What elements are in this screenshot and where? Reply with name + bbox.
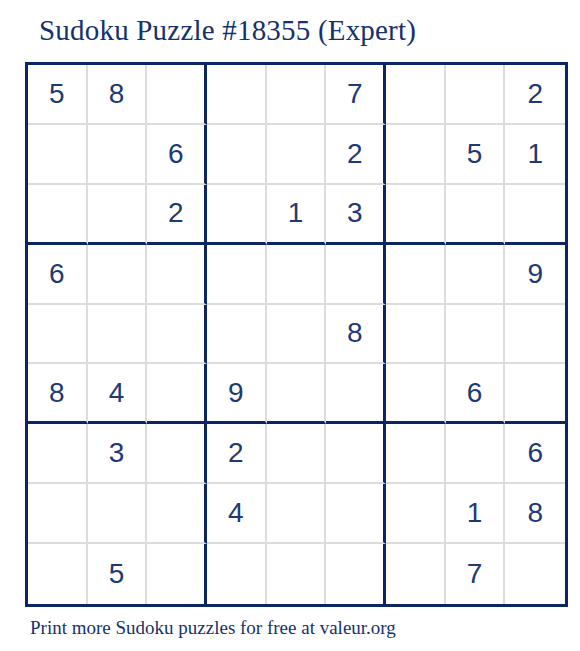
- sudoku-cell-r1c5: [267, 65, 327, 125]
- sudoku-cell-r3c3: 2: [147, 185, 207, 245]
- sudoku-cell-r5c9: [505, 305, 565, 365]
- sudoku-cell-r2c6: 2: [326, 125, 386, 185]
- sudoku-cell-r1c9: 2: [505, 65, 565, 125]
- sudoku-cell-r2c9: 1: [505, 125, 565, 185]
- sudoku-cell-r5c4: [207, 305, 267, 365]
- sudoku-cell-r8c5: [267, 484, 327, 544]
- sudoku-cell-r7c6: [326, 424, 386, 484]
- sudoku-cell-r6c9: [505, 364, 565, 424]
- sudoku-cell-r5c3: [147, 305, 207, 365]
- sudoku-cell-r5c2: [88, 305, 148, 365]
- sudoku-cell-r1c6: 7: [326, 65, 386, 125]
- sudoku-cell-r9c2: 5: [88, 544, 148, 604]
- sudoku-cell-r4c6: [326, 245, 386, 305]
- sudoku-cell-r2c2: [88, 125, 148, 185]
- sudoku-cell-r2c7: [386, 125, 446, 185]
- sudoku-cell-r9c1: [28, 544, 88, 604]
- sudoku-cell-r8c1: [28, 484, 88, 544]
- sudoku-cell-r6c7: [386, 364, 446, 424]
- sudoku-cell-r4c8: [446, 245, 506, 305]
- sudoku-cell-r9c6: [326, 544, 386, 604]
- sudoku-cell-r5c1: [28, 305, 88, 365]
- puzzle-title: Sudoku Puzzle #18355 (Expert): [39, 14, 416, 47]
- sudoku-cell-r4c3: [147, 245, 207, 305]
- sudoku-cell-r8c8: 1: [446, 484, 506, 544]
- sudoku-cell-r6c8: 6: [446, 364, 506, 424]
- sudoku-cell-r4c5: [267, 245, 327, 305]
- sudoku-cell-r8c6: [326, 484, 386, 544]
- sudoku-cell-r6c1: 8: [28, 364, 88, 424]
- sudoku-cell-r9c9: [505, 544, 565, 604]
- sudoku-cell-r1c1: 5: [28, 65, 88, 125]
- sudoku-cell-r8c2: [88, 484, 148, 544]
- sudoku-cell-r3c1: [28, 185, 88, 245]
- sudoku-cell-r2c8: 5: [446, 125, 506, 185]
- sudoku-cell-r1c8: [446, 65, 506, 125]
- sudoku-cell-r8c3: [147, 484, 207, 544]
- sudoku-cell-r7c1: [28, 424, 88, 484]
- sudoku-cell-r3c5: 1: [267, 185, 327, 245]
- sudoku-cell-r4c7: [386, 245, 446, 305]
- sudoku-cell-r6c5: [267, 364, 327, 424]
- sudoku-cell-r5c5: [267, 305, 327, 365]
- sudoku-page: Sudoku Puzzle #18355 (Expert) 5872625121…: [0, 0, 580, 651]
- sudoku-cell-r1c2: 8: [88, 65, 148, 125]
- sudoku-cell-r7c3: [147, 424, 207, 484]
- sudoku-cell-r7c8: [446, 424, 506, 484]
- sudoku-cell-r3c6: 3: [326, 185, 386, 245]
- sudoku-cell-r9c3: [147, 544, 207, 604]
- sudoku-cell-r8c7: [386, 484, 446, 544]
- sudoku-cell-r9c4: [207, 544, 267, 604]
- sudoku-cell-r9c7: [386, 544, 446, 604]
- sudoku-cell-r6c6: [326, 364, 386, 424]
- sudoku-cell-r1c4: [207, 65, 267, 125]
- sudoku-cell-r7c9: 6: [505, 424, 565, 484]
- sudoku-cell-r6c4: 9: [207, 364, 267, 424]
- sudoku-cell-r5c8: [446, 305, 506, 365]
- sudoku-cell-r9c5: [267, 544, 327, 604]
- sudoku-cell-r2c5: [267, 125, 327, 185]
- sudoku-cell-r7c4: 2: [207, 424, 267, 484]
- sudoku-cell-r4c9: 9: [505, 245, 565, 305]
- sudoku-cell-r2c1: [28, 125, 88, 185]
- sudoku-grid: 58726251213698849632641857: [25, 62, 568, 607]
- sudoku-cell-r3c8: [446, 185, 506, 245]
- sudoku-cell-r7c7: [386, 424, 446, 484]
- sudoku-cell-r3c4: [207, 185, 267, 245]
- sudoku-cell-r1c7: [386, 65, 446, 125]
- sudoku-cell-r3c9: [505, 185, 565, 245]
- footer-text: Print more Sudoku puzzles for free at va…: [30, 617, 396, 639]
- sudoku-cell-r3c7: [386, 185, 446, 245]
- sudoku-cell-r5c6: 8: [326, 305, 386, 365]
- sudoku-cell-r3c2: [88, 185, 148, 245]
- sudoku-cell-r4c2: [88, 245, 148, 305]
- sudoku-cell-r6c2: 4: [88, 364, 148, 424]
- sudoku-cell-r7c5: [267, 424, 327, 484]
- sudoku-cell-r1c3: [147, 65, 207, 125]
- sudoku-cell-r7c2: 3: [88, 424, 148, 484]
- sudoku-cell-r5c7: [386, 305, 446, 365]
- sudoku-cell-r8c9: 8: [505, 484, 565, 544]
- sudoku-cell-r4c4: [207, 245, 267, 305]
- sudoku-cell-r2c3: 6: [147, 125, 207, 185]
- sudoku-cell-r4c1: 6: [28, 245, 88, 305]
- sudoku-cell-r6c3: [147, 364, 207, 424]
- sudoku-cell-r9c8: 7: [446, 544, 506, 604]
- sudoku-cell-r2c4: [207, 125, 267, 185]
- sudoku-cell-r8c4: 4: [207, 484, 267, 544]
